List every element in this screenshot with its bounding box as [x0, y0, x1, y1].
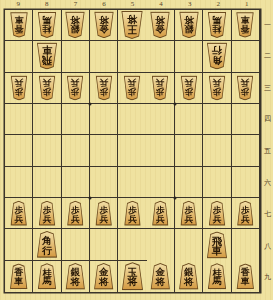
- piece-pawn-gote[interactable]: 歩兵: [38, 75, 55, 100]
- piece-gold-gote[interactable]: 金将: [94, 12, 114, 39]
- piece-face: 銀将: [66, 264, 84, 289]
- square-7-3[interactable]: 歩兵: [62, 73, 90, 104]
- square-6-7[interactable]: 歩兵: [90, 198, 118, 229]
- piece-knight-gote[interactable]: 桂馬: [37, 12, 56, 38]
- square-5-1[interactable]: 王将: [118, 10, 146, 41]
- file-label-6: 6: [90, 0, 119, 9]
- square-4-4[interactable]: [147, 104, 175, 135]
- square-3-5[interactable]: [175, 135, 203, 166]
- square-6-6[interactable]: [90, 167, 118, 198]
- square-4-8[interactable]: [147, 229, 175, 260]
- piece-knight-gote[interactable]: 桂馬: [207, 12, 226, 38]
- square-2-5[interactable]: [203, 135, 231, 166]
- square-1-7[interactable]: 歩兵: [232, 198, 260, 229]
- piece-face: 歩兵: [39, 202, 54, 225]
- piece-face: 歩兵: [209, 202, 224, 225]
- piece-face: 金将: [151, 13, 169, 38]
- square-5-3[interactable]: 歩兵: [118, 73, 146, 104]
- piece-face: 銀将: [180, 264, 198, 289]
- square-9-4[interactable]: [5, 104, 33, 135]
- square-5-8[interactable]: [118, 229, 146, 260]
- square-7-2[interactable]: [62, 41, 90, 72]
- piece-pawn-sente[interactable]: 歩兵: [180, 201, 197, 226]
- piece-gold-sente[interactable]: 金将: [150, 263, 170, 290]
- square-9-3[interactable]: 歩兵: [5, 73, 33, 104]
- square-3-4[interactable]: [175, 104, 203, 135]
- piece-face: 角行: [207, 44, 226, 69]
- rank-label-5: 五: [262, 135, 273, 167]
- piece-face: 金将: [151, 264, 169, 289]
- square-8-5[interactable]: [33, 135, 61, 166]
- square-9-7[interactable]: 歩兵: [5, 198, 33, 229]
- file-labels: 987654321: [4, 0, 261, 9]
- square-3-7[interactable]: 歩兵: [175, 198, 203, 229]
- file-label-1: 1: [233, 0, 262, 9]
- square-8-6[interactable]: [33, 167, 61, 198]
- square-9-1[interactable]: 香車: [5, 10, 33, 41]
- piece-face: 玉将: [122, 263, 142, 289]
- square-2-4[interactable]: [203, 104, 231, 135]
- square-7-7[interactable]: 歩兵: [62, 198, 90, 229]
- square-3-3[interactable]: 歩兵: [175, 73, 203, 104]
- piece-face: 歩兵: [96, 76, 111, 99]
- piece-face: 歩兵: [11, 76, 26, 99]
- piece-lance-gote[interactable]: 香車: [10, 12, 28, 38]
- piece-pawn-sente[interactable]: 歩兵: [237, 201, 254, 226]
- square-5-9[interactable]: 玉将: [118, 261, 146, 292]
- file-label-5: 5: [118, 0, 147, 9]
- piece-lance-sente[interactable]: 香車: [236, 264, 254, 290]
- square-9-6[interactable]: [5, 167, 33, 198]
- square-7-4[interactable]: [62, 104, 90, 135]
- piece-face: 角行: [37, 232, 56, 257]
- square-3-6[interactable]: [175, 167, 203, 198]
- square-7-8[interactable]: [62, 229, 90, 260]
- piece-face: 歩兵: [181, 202, 196, 225]
- piece-pawn-gote[interactable]: 歩兵: [180, 75, 197, 100]
- piece-knight-sente[interactable]: 桂馬: [37, 263, 56, 289]
- file-label-2: 2: [204, 0, 233, 9]
- square-1-9[interactable]: 香車: [232, 261, 260, 292]
- piece-pawn-gote[interactable]: 歩兵: [67, 75, 84, 100]
- square-5-2[interactable]: [118, 41, 146, 72]
- piece-face: 歩兵: [209, 76, 224, 99]
- square-1-5[interactable]: [232, 135, 260, 166]
- piece-pawn-sente[interactable]: 歩兵: [124, 201, 141, 226]
- square-4-3[interactable]: 歩兵: [147, 73, 175, 104]
- piece-face: 歩兵: [125, 76, 140, 99]
- piece-face: 香車: [11, 13, 27, 37]
- square-9-2[interactable]: [5, 41, 33, 72]
- square-5-4[interactable]: [118, 104, 146, 135]
- square-1-8[interactable]: [232, 229, 260, 260]
- piece-silver-gote[interactable]: 銀将: [65, 12, 85, 39]
- piece-pawn-gote[interactable]: 歩兵: [10, 75, 27, 100]
- piece-bishop-gote[interactable]: 角行: [206, 43, 227, 70]
- piece-face: 桂馬: [38, 13, 55, 37]
- square-3-2[interactable]: [175, 41, 203, 72]
- piece-face: 飛車: [37, 44, 56, 69]
- square-2-8[interactable]: 飛車: [203, 229, 231, 260]
- piece-pawn-sente[interactable]: 歩兵: [152, 201, 169, 226]
- rank-labels: 一二三四五六七八九: [262, 9, 273, 293]
- rank-label-1: 一: [262, 9, 273, 41]
- square-6-4[interactable]: [90, 104, 118, 135]
- square-3-9[interactable]: 銀将: [175, 261, 203, 292]
- file-label-8: 8: [33, 0, 62, 9]
- piece-lance-gote[interactable]: 香車: [236, 12, 254, 38]
- square-2-7[interactable]: 歩兵: [203, 198, 231, 229]
- square-8-3[interactable]: 歩兵: [33, 73, 61, 104]
- piece-knight-sente[interactable]: 桂馬: [207, 263, 226, 289]
- square-1-4[interactable]: [232, 104, 260, 135]
- square-4-9[interactable]: 金将: [147, 261, 175, 292]
- piece-face: 香車: [237, 265, 253, 289]
- rank-label-7: 七: [262, 198, 273, 230]
- square-4-5[interactable]: [147, 135, 175, 166]
- square-5-6[interactable]: [118, 167, 146, 198]
- rank-label-6: 六: [262, 167, 273, 199]
- square-1-2[interactable]: [232, 41, 260, 72]
- piece-bishop-sente[interactable]: 角行: [36, 231, 57, 258]
- piece-face: 歩兵: [153, 76, 168, 99]
- piece-pawn-sente[interactable]: 歩兵: [38, 201, 55, 226]
- shogi-app: 987654321 香車桂馬銀将金将王将金将銀将桂馬香車飛車角行歩兵歩兵歩兵歩兵…: [0, 0, 273, 300]
- piece-pawn-sente[interactable]: 歩兵: [10, 201, 27, 226]
- piece-face: 歩兵: [238, 202, 253, 225]
- piece-lance-sente[interactable]: 香車: [10, 264, 28, 290]
- piece-pawn-sente[interactable]: 歩兵: [95, 201, 112, 226]
- square-6-8[interactable]: [90, 229, 118, 260]
- piece-face: 歩兵: [68, 202, 83, 225]
- rank-label-2: 二: [262, 41, 273, 73]
- square-7-1[interactable]: 銀将: [62, 10, 90, 41]
- piece-pawn-gote[interactable]: 歩兵: [237, 75, 254, 100]
- square-6-3[interactable]: 歩兵: [90, 73, 118, 104]
- rank-label-8: 八: [262, 230, 273, 262]
- piece-silver-sente[interactable]: 銀将: [65, 263, 85, 290]
- piece-face: 銀将: [66, 13, 84, 38]
- star-point: [88, 102, 91, 105]
- piece-face: 金将: [95, 264, 113, 289]
- piece-face: 歩兵: [125, 202, 140, 225]
- square-6-1[interactable]: 金将: [90, 10, 118, 41]
- piece-face: 桂馬: [208, 264, 225, 288]
- piece-face: 銀将: [180, 13, 198, 38]
- piece-face: 歩兵: [238, 76, 253, 99]
- square-7-9[interactable]: 銀将: [62, 261, 90, 292]
- square-4-6[interactable]: [147, 167, 175, 198]
- star-point: [88, 197, 91, 200]
- piece-face: 歩兵: [39, 76, 54, 99]
- piece-king-gote[interactable]: 王将: [121, 11, 143, 39]
- piece-gold-sente[interactable]: 金将: [94, 263, 114, 290]
- piece-face: 飛車: [207, 232, 226, 257]
- piece-face: 香車: [11, 265, 27, 289]
- square-4-1[interactable]: 金将: [147, 10, 175, 41]
- piece-face: 桂馬: [208, 13, 225, 37]
- piece-pawn-gote[interactable]: 歩兵: [208, 75, 225, 100]
- piece-face: 歩兵: [153, 202, 168, 225]
- square-3-1[interactable]: 銀将: [175, 10, 203, 41]
- square-4-7[interactable]: 歩兵: [147, 198, 175, 229]
- piece-pawn-sente[interactable]: 歩兵: [208, 201, 225, 226]
- square-9-8[interactable]: [5, 229, 33, 260]
- square-2-3[interactable]: 歩兵: [203, 73, 231, 104]
- piece-face: 金将: [95, 13, 113, 38]
- star-point: [174, 197, 177, 200]
- piece-silver-gote[interactable]: 銀将: [179, 12, 199, 39]
- square-5-7[interactable]: 歩兵: [118, 198, 146, 229]
- square-2-6[interactable]: [203, 167, 231, 198]
- piece-rook-sente[interactable]: 飛車: [206, 231, 227, 258]
- piece-pawn-gote[interactable]: 歩兵: [124, 75, 141, 100]
- square-7-5[interactable]: [62, 135, 90, 166]
- square-4-2[interactable]: [147, 41, 175, 72]
- square-2-1[interactable]: 桂馬: [203, 10, 231, 41]
- square-9-5[interactable]: [5, 135, 33, 166]
- shogi-board: 香車桂馬銀将金将王将金将銀将桂馬香車飛車角行歩兵歩兵歩兵歩兵歩兵歩兵歩兵歩兵歩兵…: [4, 9, 261, 293]
- piece-rook-gote[interactable]: 飛車: [36, 43, 57, 70]
- rank-label-4: 四: [262, 104, 273, 136]
- rank-label-9: 九: [262, 262, 273, 294]
- square-8-2[interactable]: 飛車: [33, 41, 61, 72]
- square-6-2[interactable]: [90, 41, 118, 72]
- piece-pawn-gote[interactable]: 歩兵: [95, 75, 112, 100]
- square-6-9[interactable]: 金将: [90, 261, 118, 292]
- piece-face: 歩兵: [11, 202, 26, 225]
- piece-face: 歩兵: [68, 76, 83, 99]
- square-8-7[interactable]: 歩兵: [33, 198, 61, 229]
- star-point: [174, 102, 177, 105]
- file-label-4: 4: [147, 0, 176, 9]
- file-label-3: 3: [175, 0, 204, 9]
- file-label-9: 9: [4, 0, 33, 9]
- square-2-2[interactable]: 角行: [203, 41, 231, 72]
- piece-king-sente[interactable]: 玉将: [121, 262, 143, 290]
- square-8-4[interactable]: [33, 104, 61, 135]
- square-3-8[interactable]: [175, 229, 203, 260]
- piece-face: 歩兵: [96, 202, 111, 225]
- square-1-3[interactable]: 歩兵: [232, 73, 260, 104]
- square-8-9[interactable]: 桂馬: [33, 261, 61, 292]
- square-5-5[interactable]: [118, 135, 146, 166]
- square-9-9[interactable]: 香車: [5, 261, 33, 292]
- file-label-7: 7: [61, 0, 90, 9]
- piece-face: 歩兵: [181, 76, 196, 99]
- square-7-6[interactable]: [62, 167, 90, 198]
- square-1-1[interactable]: 香車: [232, 10, 260, 41]
- piece-face: 香車: [237, 13, 253, 37]
- piece-face: 王将: [122, 12, 142, 38]
- piece-face: 桂馬: [38, 264, 55, 288]
- rank-label-3: 三: [262, 72, 273, 104]
- piece-silver-sente[interactable]: 銀将: [179, 263, 199, 290]
- piece-gold-gote[interactable]: 金将: [150, 12, 170, 39]
- square-8-8[interactable]: 角行: [33, 229, 61, 260]
- piece-pawn-sente[interactable]: 歩兵: [67, 201, 84, 226]
- square-6-5[interactable]: [90, 135, 118, 166]
- square-2-9[interactable]: 桂馬: [203, 261, 231, 292]
- square-8-1[interactable]: 桂馬: [33, 10, 61, 41]
- piece-pawn-gote[interactable]: 歩兵: [152, 75, 169, 100]
- square-1-6[interactable]: [232, 167, 260, 198]
